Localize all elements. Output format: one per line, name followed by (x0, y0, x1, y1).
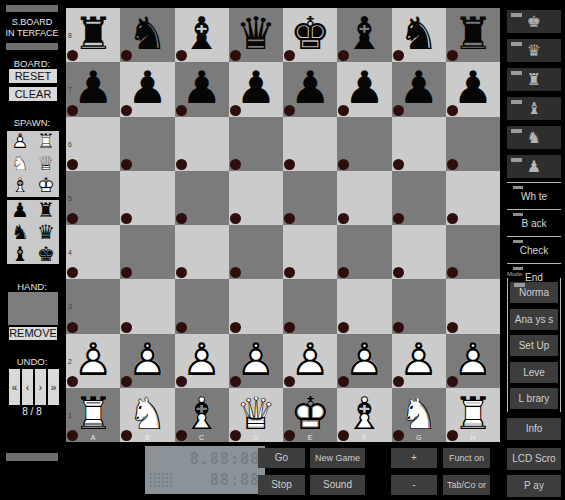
square-c5[interactable] (175, 171, 229, 225)
square-e8[interactable]: ♚ (283, 8, 337, 62)
piece-outline: ♙ (446, 334, 500, 388)
square-g1[interactable]: G♞♘ (392, 388, 446, 442)
black-turn-label: B ack (521, 218, 546, 229)
white-pawn-piece: ♟♙ (283, 334, 337, 388)
square-b3[interactable] (120, 279, 174, 333)
spawn-white-pawn-button[interactable]: ♟♙ (8, 131, 32, 153)
square-c4[interactable] (175, 225, 229, 279)
black-knight-piece: ♞ (392, 8, 446, 62)
square-f6[interactable] (337, 117, 391, 171)
black-bishop-piece: ♝ (175, 8, 229, 62)
spawn-black-knight-button[interactable]: ♞ (8, 222, 32, 244)
white-pawn-piece: ♟♙ (337, 334, 391, 388)
lcd-scroll-button[interactable]: LCD Scro (507, 448, 561, 470)
corner-dot (230, 213, 241, 224)
title-divider-bottom (6, 43, 58, 50)
corner-dot (284, 322, 295, 333)
corner-dot (121, 267, 132, 278)
king-icon: ♚ (507, 10, 561, 33)
square-e5[interactable] (283, 171, 337, 225)
black-pawn-piece: ♟ (229, 62, 283, 116)
black-pawn-piece: ♟ (120, 62, 174, 116)
corner-dot (67, 159, 78, 170)
square-f4[interactable] (337, 225, 391, 279)
corner-dot (230, 267, 241, 278)
square-e4[interactable] (283, 225, 337, 279)
play-button[interactable]: P ay (507, 475, 561, 497)
white-bishop-piece: ♝♗ (8, 175, 32, 197)
mode-group-label: Mode (507, 271, 522, 277)
piece-outline: ♙ (229, 334, 283, 388)
piece-outline: ♗ (175, 388, 229, 442)
piece-outline: ♙ (120, 334, 174, 388)
corner-dot (447, 322, 458, 333)
corner-dot (230, 159, 241, 170)
indicator-dash (513, 213, 523, 216)
black-rook-piece: ♜ (66, 8, 120, 62)
square-g3[interactable] (392, 279, 446, 333)
corner-dot (393, 322, 404, 333)
white-turn-button[interactable]: Wh te (507, 182, 561, 206)
black-pawn-piece: ♟ (392, 62, 446, 116)
corner-dot (338, 159, 349, 170)
piece-outline: ♙ (66, 334, 120, 388)
spawn-white-bishop-button[interactable]: ♝♗ (8, 175, 32, 197)
knight-select-button[interactable]: ♞ (507, 126, 561, 149)
mode-normal-button[interactable]: Norma (510, 282, 558, 303)
corner-dot (67, 322, 78, 333)
spawn-black-queen-button[interactable]: ♛ (34, 222, 58, 244)
square-h8[interactable]: ♜ (446, 8, 500, 62)
square-d6[interactable] (229, 117, 283, 171)
white-pawn-piece: ♟♙ (229, 334, 283, 388)
square-a6[interactable]: 6 (66, 117, 120, 171)
square-f1[interactable]: F♝♗ (337, 388, 391, 442)
square-f2[interactable]: ♟♙ (337, 334, 391, 388)
go-button[interactable]: Go (258, 448, 305, 468)
square-f5[interactable] (337, 171, 391, 225)
rank-label: 3 (68, 303, 72, 310)
undo-back-button[interactable]: ‹ (22, 369, 33, 405)
white-rook-piece: ♜♖ (34, 131, 58, 153)
square-b7[interactable]: ♟ (120, 62, 174, 116)
corner-dot (176, 322, 187, 333)
knight-icon: ♞ (507, 126, 561, 149)
piece-outline: ♔ (34, 175, 58, 197)
square-a4[interactable]: 4 (66, 225, 120, 279)
square-c2[interactable]: ♟♙ (175, 334, 229, 388)
square-f3[interactable] (337, 279, 391, 333)
square-c6[interactable] (175, 117, 229, 171)
app-title-line2: IN TERFACE (0, 28, 64, 39)
square-e7[interactable]: ♟ (283, 62, 337, 116)
black-pawn-piece: ♟ (175, 62, 229, 116)
black-pawn-piece: ♟ (337, 62, 391, 116)
bishop-icon: ♝ (507, 97, 561, 120)
black-knight-piece: ♞ (120, 8, 174, 62)
square-g5[interactable] (392, 171, 446, 225)
spawn-black-pawn-button[interactable]: ♟ (8, 200, 32, 222)
square-d8[interactable]: ♛ (229, 8, 283, 62)
piece-outline: ♙ (175, 334, 229, 388)
square-f7[interactable]: ♟ (337, 62, 391, 116)
mode-setup-button[interactable]: Set Up (510, 335, 558, 356)
black-king-piece: ♚ (283, 8, 337, 62)
corner-dot (176, 213, 187, 224)
white-king-piece: ♚♔ (34, 175, 58, 197)
corner-dot (176, 159, 187, 170)
spawn-black-bishop-button[interactable]: ♝ (8, 244, 32, 266)
hand-section-label: HAND: (0, 281, 64, 292)
piece-outline: ♗ (337, 388, 391, 442)
queen-select-button[interactable]: ♛ (507, 39, 561, 62)
sidebar-footer-bar (6, 453, 58, 461)
white-rook-piece: ♜♖ (66, 388, 120, 442)
piece-outline: ♘ (120, 388, 174, 442)
pawn-icon: ♟ (507, 155, 561, 178)
square-c7[interactable]: ♟ (175, 62, 229, 116)
undo-counter: 8 / 8 (0, 406, 64, 417)
mode-group: NormaAna ys sSet UpLeveL brary (507, 278, 561, 412)
white-pawn-piece: ♟♙ (175, 334, 229, 388)
rank-label: 4 (68, 249, 72, 256)
piece-outline: ♕ (229, 388, 283, 442)
corner-dot (338, 322, 349, 333)
square-e3[interactable] (283, 279, 337, 333)
white-bishop-piece: ♝♗ (175, 388, 229, 442)
app-title-line1: S.BOARD (0, 17, 64, 28)
king-select-button[interactable]: ♚ (507, 10, 561, 33)
square-b6[interactable] (120, 117, 174, 171)
square-e2[interactable]: ♟♙ (283, 334, 337, 388)
square-h4[interactable] (446, 225, 500, 279)
spawn-black-panel: ♟♜♞♛♝♚ (7, 200, 59, 264)
square-a5[interactable]: 5 (66, 171, 120, 225)
square-h3[interactable] (446, 279, 500, 333)
white-knight-piece: ♞♘ (120, 388, 174, 442)
black-rook-piece: ♜ (34, 200, 58, 222)
minus-button[interactable]: - (391, 475, 437, 495)
spawn-black-king-button[interactable]: ♚ (34, 244, 58, 266)
black-king-piece: ♚ (34, 244, 58, 266)
white-pawn-piece: ♟♙ (8, 131, 32, 153)
function-button[interactable]: Funct on (443, 448, 490, 468)
square-h7[interactable]: ♟ (446, 62, 500, 116)
queen-icon: ♛ (507, 39, 561, 62)
indicator-dash (513, 267, 523, 270)
square-g8[interactable]: ♞ (392, 8, 446, 62)
white-pawn-piece: ♟♙ (392, 334, 446, 388)
undo-to-start-button[interactable]: « (9, 369, 20, 405)
square-e6[interactable] (283, 117, 337, 171)
lcd-clock-row2: 88:88 (210, 471, 260, 489)
corner-dot (121, 322, 132, 333)
corner-dot (338, 213, 349, 224)
piece-outline: ♕ (34, 153, 58, 175)
black-queen-piece: ♛ (34, 222, 58, 244)
square-h1[interactable]: H♜♖ (446, 388, 500, 442)
corner-dot (67, 213, 78, 224)
corner-dot (284, 159, 295, 170)
rook-icon: ♜ (507, 68, 561, 91)
piece-outline: ♘ (392, 388, 446, 442)
piece-outline: ♗ (8, 175, 32, 197)
white-pawn-piece: ♟♙ (66, 334, 120, 388)
plus-button[interactable]: + (391, 448, 437, 468)
square-b4[interactable] (120, 225, 174, 279)
undo-section-label: UNDO: (0, 356, 64, 367)
square-a2[interactable]: 2♟♙ (66, 334, 120, 388)
lcd-clock-display: 8.88:88 88:88 (145, 446, 265, 494)
white-knight-piece: ♞♘ (8, 153, 32, 175)
square-d2[interactable]: ♟♙ (229, 334, 283, 388)
piece-outline: ♔ (283, 388, 337, 442)
check-button[interactable]: Check (507, 236, 561, 260)
rank-label: 6 (68, 140, 72, 147)
piece-outline: ♘ (8, 153, 32, 175)
piece-outline: ♙ (283, 334, 337, 388)
indicator-dash (514, 283, 525, 287)
square-h6[interactable] (446, 117, 500, 171)
black-pawn-piece: ♟ (66, 62, 120, 116)
black-pawn-piece: ♟ (446, 62, 500, 116)
white-rook-piece: ♜♖ (446, 388, 500, 442)
redo-to-end-button[interactable]: » (48, 369, 59, 405)
corner-dot (176, 267, 187, 278)
black-rook-piece: ♜ (446, 8, 500, 62)
corner-dot (447, 159, 458, 170)
corner-dot (447, 267, 458, 278)
square-c3[interactable] (175, 279, 229, 333)
check-label: Check (520, 245, 548, 256)
white-queen-piece: ♛♕ (34, 153, 58, 175)
square-e1[interactable]: E♚♔ (283, 388, 337, 442)
piece-outline: ♙ (8, 131, 32, 153)
black-bishop-piece: ♝ (337, 8, 391, 62)
corner-dot (121, 213, 132, 224)
bishop-select-button[interactable]: ♝ (507, 97, 561, 120)
rank-label: 5 (68, 194, 72, 201)
reset-button[interactable]: RESET (9, 69, 57, 83)
square-h2[interactable]: ♟♙ (446, 334, 500, 388)
square-f8[interactable]: ♝ (337, 8, 391, 62)
black-knight-piece: ♞ (8, 222, 32, 244)
square-a7[interactable]: 7♟ (66, 62, 120, 116)
corner-dot (67, 267, 78, 278)
square-c8[interactable]: ♝ (175, 8, 229, 62)
mode-analysis-button[interactable]: Ana ys s (510, 309, 558, 330)
corner-dot (447, 213, 458, 224)
square-b8[interactable]: ♞ (120, 8, 174, 62)
corner-dot (393, 267, 404, 278)
info-button[interactable]: Info (507, 418, 561, 440)
white-pawn-piece: ♟♙ (120, 334, 174, 388)
corner-dot (338, 267, 349, 278)
spawn-white-panel: ♟♙♜♖♞♘♛♕♝♗♚♔ (7, 131, 59, 197)
square-b2[interactable]: ♟♙ (120, 334, 174, 388)
corner-dot (121, 159, 132, 170)
piece-outline: ♖ (34, 131, 58, 153)
piece-outline: ♙ (392, 334, 446, 388)
square-d1[interactable]: D♛♕ (229, 388, 283, 442)
white-turn-label: Wh te (521, 191, 547, 202)
spawn-white-knight-button[interactable]: ♞♘ (8, 153, 32, 175)
tab-color-button[interactable]: Tab/Co or (443, 475, 490, 495)
redo-forward-button[interactable]: › (35, 369, 46, 405)
square-d7[interactable]: ♟ (229, 62, 283, 116)
new-game-button[interactable]: New Game (310, 448, 365, 468)
corner-dot (284, 213, 295, 224)
corner-dot (230, 322, 241, 333)
black-pawn-piece: ♟ (8, 200, 32, 222)
stop-button[interactable]: Stop (258, 475, 305, 495)
white-king-piece: ♚♔ (283, 388, 337, 442)
chess-board: 8♜♞♝♛♚♝♞♜7♟♟♟♟♟♟♟♟65432♟♙♟♙♟♙♟♙♟♙♟♙♟♙♟♙1… (66, 8, 500, 442)
square-g2[interactable]: ♟♙ (392, 334, 446, 388)
piece-outline: ♖ (446, 388, 500, 442)
square-g4[interactable] (392, 225, 446, 279)
spawn-white-queen-button[interactable]: ♛♕ (34, 153, 58, 175)
square-g7[interactable]: ♟ (392, 62, 446, 116)
mode-library-button[interactable]: L brary (510, 388, 558, 409)
app-title: S.BOARD IN TERFACE (0, 17, 64, 39)
piece-outline: ♙ (337, 334, 391, 388)
black-bishop-piece: ♝ (8, 244, 32, 266)
square-a8[interactable]: 8♜ (66, 8, 120, 62)
hand-slot[interactable] (8, 292, 58, 325)
spawn-section-label: SPAWN: (0, 117, 64, 128)
sound-button[interactable]: Sound (310, 475, 365, 495)
square-b5[interactable] (120, 171, 174, 225)
square-d4[interactable] (229, 225, 283, 279)
clear-button[interactable]: CLEAR (9, 87, 57, 101)
remove-button[interactable]: REMOVE (9, 327, 57, 340)
square-d3[interactable] (229, 279, 283, 333)
mode-level-button[interactable]: Leve (510, 362, 558, 383)
spawn-white-king-button[interactable]: ♚♔ (34, 175, 58, 197)
white-queen-piece: ♛♕ (229, 388, 283, 442)
black-turn-button[interactable]: B ack (507, 209, 561, 233)
rook-select-button[interactable]: ♜ (507, 68, 561, 91)
square-h5[interactable] (446, 171, 500, 225)
white-bishop-piece: ♝♗ (337, 388, 391, 442)
square-c1[interactable]: C♝♗ (175, 388, 229, 442)
piece-outline: ♖ (66, 388, 120, 442)
square-g6[interactable] (392, 117, 446, 171)
lcd-pixel-block (149, 472, 173, 487)
corner-dot (393, 159, 404, 170)
pawn-select-button[interactable]: ♟ (507, 155, 561, 178)
indicator-dash (513, 186, 523, 189)
spawn-white-rook-button[interactable]: ♜♖ (34, 131, 58, 153)
spawn-black-rook-button[interactable]: ♜ (34, 200, 58, 222)
lcd-clock-row1: 8.88:88 (190, 450, 260, 468)
black-pawn-piece: ♟ (283, 62, 337, 116)
square-a1[interactable]: 1A♜♖ (66, 388, 120, 442)
white-knight-piece: ♞♘ (392, 388, 446, 442)
board-section-label: BOARD: (0, 58, 64, 69)
title-divider-top (6, 5, 58, 12)
white-pawn-piece: ♟♙ (446, 334, 500, 388)
square-d5[interactable] (229, 171, 283, 225)
square-a3[interactable]: 3 (66, 279, 120, 333)
indicator-dash (513, 240, 523, 243)
corner-dot (393, 213, 404, 224)
black-queen-piece: ♛ (229, 8, 283, 62)
square-b1[interactable]: B♞♘ (120, 388, 174, 442)
corner-dot (284, 267, 295, 278)
